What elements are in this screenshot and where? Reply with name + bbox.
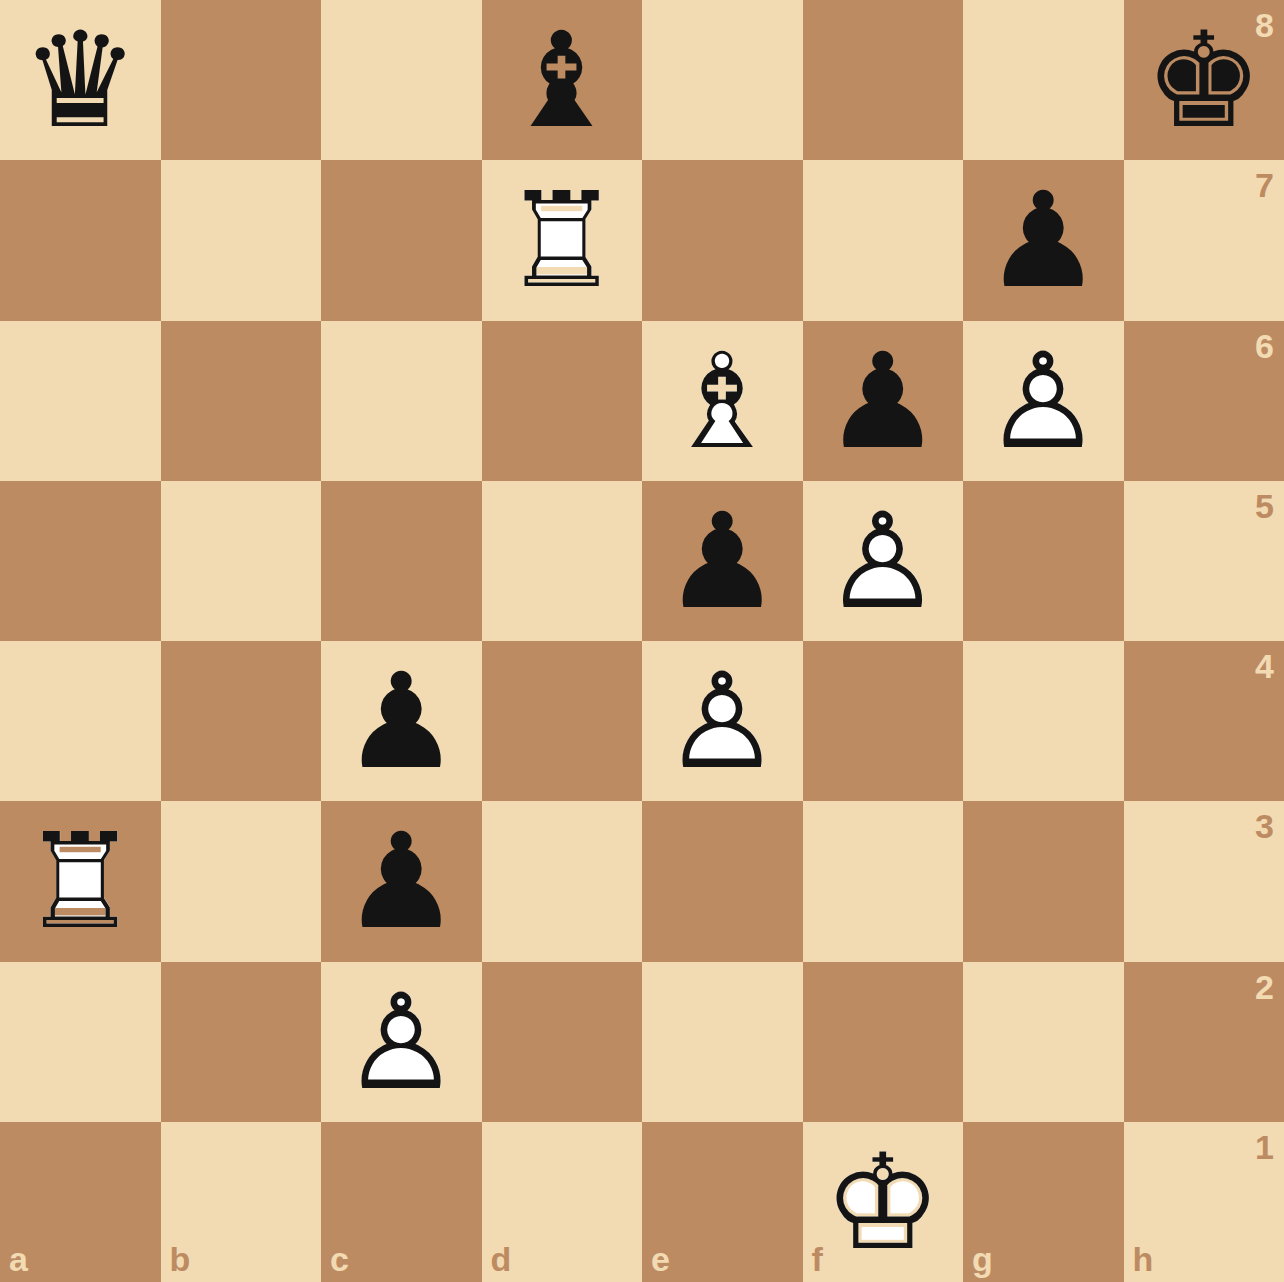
file-label-b: b [170,1242,191,1276]
square-c4[interactable]: ♟ [321,641,482,801]
square-f8[interactable] [803,0,964,160]
pawn-glyph: ♟ [803,321,964,481]
queen-glyph: ♛ [0,0,161,160]
file-label-h: h [1133,1242,1154,1276]
square-a1[interactable]: a [0,1122,161,1282]
square-e2[interactable] [642,962,803,1122]
pawn-glyph: ♟ [963,160,1124,320]
pawn-glyph: ♟ [321,641,482,801]
square-a8[interactable]: ♛ [0,0,161,160]
square-h6[interactable]: 6 [1124,321,1284,481]
rank-label-1: 1 [1255,1130,1274,1164]
square-c6[interactable] [321,321,482,481]
square-d2[interactable] [482,962,643,1122]
square-c8[interactable] [321,0,482,160]
square-f1[interactable]: f♚♔ [803,1122,964,1282]
square-h3[interactable]: 3 [1124,801,1284,961]
piece-white-bishop[interactable]: ♝♗ [642,321,803,481]
square-g7[interactable]: ♟ [963,160,1124,320]
rank-label-5: 5 [1255,489,1274,523]
rank-label-4: 4 [1255,649,1274,683]
piece-white-pawn[interactable]: ♟♙ [321,962,482,1122]
square-b1[interactable]: b [161,1122,322,1282]
square-c2[interactable]: ♟♙ [321,962,482,1122]
pawn-glyph-outline: ♙ [963,321,1124,481]
king-glyph: ♚ [1124,0,1284,160]
piece-black-pawn[interactable]: ♟ [321,801,482,961]
square-b8[interactable] [161,0,322,160]
square-a7[interactable] [0,160,161,320]
rank-label-2: 2 [1255,970,1274,1004]
rook-glyph-outline: ♖ [0,801,161,961]
rank-label-6: 6 [1255,329,1274,363]
file-label-d: d [491,1242,512,1276]
square-h1[interactable]: 1h [1124,1122,1284,1282]
square-g8[interactable] [963,0,1124,160]
square-b4[interactable] [161,641,322,801]
square-g6[interactable]: ♟♙ [963,321,1124,481]
rank-label-3: 3 [1255,809,1274,843]
file-label-a: a [9,1242,28,1276]
square-g4[interactable] [963,641,1124,801]
piece-white-pawn[interactable]: ♟♙ [963,321,1124,481]
rank-label-7: 7 [1255,168,1274,202]
square-a5[interactable] [0,481,161,641]
square-a4[interactable] [0,641,161,801]
piece-white-rook[interactable]: ♜♖ [0,801,161,961]
square-f4[interactable] [803,641,964,801]
square-c3[interactable]: ♟ [321,801,482,961]
piece-white-pawn[interactable]: ♟♙ [642,641,803,801]
square-a6[interactable] [0,321,161,481]
king-glyph-outline: ♔ [803,1122,964,1282]
square-e7[interactable] [642,160,803,320]
piece-black-bishop[interactable]: ♝ [482,0,643,160]
pawn-glyph-outline: ♙ [803,481,964,641]
piece-black-king[interactable]: ♚ [1124,0,1284,160]
chess-board: ♛♝8♚♜♖♟7♝♗♟♟♙6♟♟♙5♟♟♙4♜♖♟3♟♙2abcdef♚♔g1h [0,0,1284,1282]
square-c5[interactable] [321,481,482,641]
square-e1[interactable]: e [642,1122,803,1282]
square-c7[interactable] [321,160,482,320]
file-label-c: c [330,1242,349,1276]
square-e8[interactable] [642,0,803,160]
square-e6[interactable]: ♝♗ [642,321,803,481]
square-f5[interactable]: ♟♙ [803,481,964,641]
square-f7[interactable] [803,160,964,320]
square-a2[interactable] [0,962,161,1122]
square-d1[interactable]: d [482,1122,643,1282]
pawn-glyph-outline: ♙ [642,641,803,801]
square-d5[interactable] [482,481,643,641]
square-g2[interactable] [963,962,1124,1122]
square-b3[interactable] [161,801,322,961]
square-a3[interactable]: ♜♖ [0,801,161,961]
pawn-glyph-outline: ♙ [321,962,482,1122]
square-h7[interactable]: 7 [1124,160,1284,320]
square-h4[interactable]: 4 [1124,641,1284,801]
square-e5[interactable]: ♟ [642,481,803,641]
file-label-g: g [972,1242,993,1276]
square-c1[interactable]: c [321,1122,482,1282]
piece-white-rook[interactable]: ♜♖ [482,160,643,320]
file-label-e: e [651,1242,670,1276]
pawn-glyph: ♟ [642,481,803,641]
piece-black-queen[interactable]: ♛ [0,0,161,160]
square-f3[interactable] [803,801,964,961]
square-e3[interactable] [642,801,803,961]
square-h2[interactable]: 2 [1124,962,1284,1122]
square-b2[interactable] [161,962,322,1122]
piece-black-pawn[interactable]: ♟ [321,641,482,801]
square-d8[interactable]: ♝ [482,0,643,160]
rook-glyph-outline: ♖ [482,160,643,320]
square-d3[interactable] [482,801,643,961]
square-f6[interactable]: ♟ [803,321,964,481]
square-d4[interactable] [482,641,643,801]
square-h5[interactable]: 5 [1124,481,1284,641]
piece-white-king[interactable]: ♚♔ [803,1122,964,1282]
square-g3[interactable] [963,801,1124,961]
square-f2[interactable] [803,962,964,1122]
piece-white-pawn[interactable]: ♟♙ [803,481,964,641]
bishop-glyph: ♝ [482,0,643,160]
square-d6[interactable] [482,321,643,481]
square-h8[interactable]: 8♚ [1124,0,1284,160]
square-g1[interactable]: g [963,1122,1124,1282]
piece-black-pawn[interactable]: ♟ [963,160,1124,320]
square-b7[interactable] [161,160,322,320]
square-e4[interactable]: ♟♙ [642,641,803,801]
piece-black-pawn[interactable]: ♟ [803,321,964,481]
piece-black-pawn[interactable]: ♟ [642,481,803,641]
square-b6[interactable] [161,321,322,481]
square-g5[interactable] [963,481,1124,641]
square-b5[interactable] [161,481,322,641]
pawn-glyph: ♟ [321,801,482,961]
bishop-glyph-outline: ♗ [642,321,803,481]
square-d7[interactable]: ♜♖ [482,160,643,320]
